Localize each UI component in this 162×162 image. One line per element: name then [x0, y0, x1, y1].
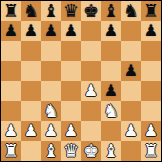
- square-e8[interactable]: ♚: [81, 1, 101, 21]
- square-f5[interactable]: [101, 61, 121, 81]
- square-f7[interactable]: ♟: [101, 21, 121, 41]
- square-g7[interactable]: [121, 21, 141, 41]
- square-f2[interactable]: [101, 121, 121, 141]
- white-king[interactable]: ♚: [83, 141, 99, 161]
- white-pawn[interactable]: ♟: [124, 121, 138, 141]
- square-a8[interactable]: ♜: [1, 1, 21, 21]
- square-b2[interactable]: ♟: [21, 121, 41, 141]
- black-pawn[interactable]: ♟: [104, 81, 118, 101]
- square-g6[interactable]: [121, 41, 141, 61]
- square-a4[interactable]: [1, 81, 21, 101]
- black-bishop[interactable]: ♝: [103, 1, 119, 21]
- black-pawn[interactable]: ♟: [104, 21, 118, 41]
- black-bishop[interactable]: ♝: [43, 1, 59, 21]
- white-bishop[interactable]: ♝: [103, 141, 119, 161]
- square-b3[interactable]: [21, 101, 41, 121]
- square-d2[interactable]: ♟: [61, 121, 81, 141]
- square-a1[interactable]: ♜: [1, 141, 21, 161]
- square-h8[interactable]: ♜: [141, 1, 161, 21]
- square-h2[interactable]: ♟: [141, 121, 161, 141]
- black-pawn[interactable]: ♟: [124, 61, 138, 81]
- square-h3[interactable]: [141, 101, 161, 121]
- chess-board: ♜♞♝♛♚♝♞♜♟♟♟♟♟♟♟♟♟♞♞♟♟♟♟♟♟♜♝♛♚♝♜: [1, 1, 161, 161]
- black-pawn[interactable]: ♟: [144, 21, 158, 41]
- square-g2[interactable]: ♟: [121, 121, 141, 141]
- square-b4[interactable]: [21, 81, 41, 101]
- white-pawn[interactable]: ♟: [44, 121, 58, 141]
- black-knight[interactable]: ♞: [23, 1, 39, 21]
- square-c4[interactable]: [41, 81, 61, 101]
- square-b6[interactable]: [21, 41, 41, 61]
- square-e4[interactable]: ♟: [81, 81, 101, 101]
- white-knight[interactable]: ♞: [103, 101, 119, 121]
- square-g5[interactable]: ♟: [121, 61, 141, 81]
- square-d4[interactable]: [61, 81, 81, 101]
- black-rook[interactable]: ♜: [3, 1, 19, 21]
- square-h1[interactable]: ♜: [141, 141, 161, 161]
- white-rook[interactable]: ♜: [143, 141, 159, 161]
- white-pawn[interactable]: ♟: [24, 121, 38, 141]
- square-e6[interactable]: [81, 41, 101, 61]
- square-g3[interactable]: [121, 101, 141, 121]
- square-d8[interactable]: ♛: [61, 1, 81, 21]
- square-f3[interactable]: ♞: [101, 101, 121, 121]
- white-rook[interactable]: ♜: [3, 141, 19, 161]
- square-b8[interactable]: ♞: [21, 1, 41, 21]
- square-g1[interactable]: [121, 141, 141, 161]
- white-pawn[interactable]: ♟: [64, 121, 78, 141]
- black-rook[interactable]: ♜: [143, 1, 159, 21]
- square-e1[interactable]: ♚: [81, 141, 101, 161]
- square-c7[interactable]: ♟: [41, 21, 61, 41]
- square-f1[interactable]: ♝: [101, 141, 121, 161]
- square-a3[interactable]: [1, 101, 21, 121]
- white-pawn[interactable]: ♟: [144, 121, 158, 141]
- square-a5[interactable]: [1, 61, 21, 81]
- square-c1[interactable]: ♝: [41, 141, 61, 161]
- square-d1[interactable]: ♛: [61, 141, 81, 161]
- square-a6[interactable]: [1, 41, 21, 61]
- square-c8[interactable]: ♝: [41, 1, 61, 21]
- white-pawn[interactable]: ♟: [4, 121, 18, 141]
- black-pawn[interactable]: ♟: [44, 21, 58, 41]
- square-a7[interactable]: ♟: [1, 21, 21, 41]
- white-queen[interactable]: ♛: [63, 141, 79, 161]
- black-pawn[interactable]: ♟: [64, 21, 78, 41]
- square-f8[interactable]: ♝: [101, 1, 121, 21]
- black-pawn[interactable]: ♟: [24, 21, 38, 41]
- square-e7[interactable]: [81, 21, 101, 41]
- square-h6[interactable]: [141, 41, 161, 61]
- square-h5[interactable]: [141, 61, 161, 81]
- square-b5[interactable]: [21, 61, 41, 81]
- square-d5[interactable]: [61, 61, 81, 81]
- square-d3[interactable]: [61, 101, 81, 121]
- square-f6[interactable]: [101, 41, 121, 61]
- square-b7[interactable]: ♟: [21, 21, 41, 41]
- square-c2[interactable]: ♟: [41, 121, 61, 141]
- square-b1[interactable]: [21, 141, 41, 161]
- square-g8[interactable]: ♞: [121, 1, 141, 21]
- square-d7[interactable]: ♟: [61, 21, 81, 41]
- black-pawn[interactable]: ♟: [4, 21, 18, 41]
- white-pawn[interactable]: ♟: [84, 81, 98, 101]
- square-e5[interactable]: [81, 61, 101, 81]
- black-knight[interactable]: ♞: [123, 1, 139, 21]
- square-c6[interactable]: [41, 41, 61, 61]
- square-g4[interactable]: [121, 81, 141, 101]
- square-a2[interactable]: ♟: [1, 121, 21, 141]
- square-e3[interactable]: [81, 101, 101, 121]
- square-h4[interactable]: [141, 81, 161, 101]
- square-c3[interactable]: ♞: [41, 101, 61, 121]
- square-h7[interactable]: ♟: [141, 21, 161, 41]
- square-c5[interactable]: [41, 61, 61, 81]
- square-f4[interactable]: ♟: [101, 81, 121, 101]
- square-e2[interactable]: [81, 121, 101, 141]
- black-queen[interactable]: ♛: [63, 1, 79, 21]
- white-bishop[interactable]: ♝: [43, 141, 59, 161]
- square-d6[interactable]: [61, 41, 81, 61]
- black-king[interactable]: ♚: [83, 1, 99, 21]
- board-frame: ♜♞♝♛♚♝♞♜♟♟♟♟♟♟♟♟♟♞♞♟♟♟♟♟♟♜♝♛♚♝♜: [0, 0, 162, 162]
- white-knight[interactable]: ♞: [43, 101, 59, 121]
